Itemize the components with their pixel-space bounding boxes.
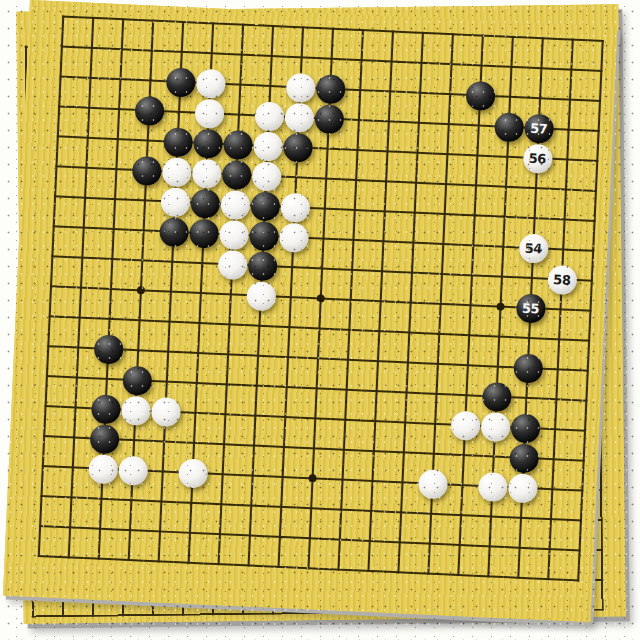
intersection-B13[interactable] — [69, 182, 100, 213]
intersection-T18[interactable] — [586, 55, 617, 86]
intersection-E18[interactable] — [166, 36, 197, 67]
intersection-O13[interactable] — [429, 198, 460, 229]
intersection-T7[interactable] — [571, 385, 602, 416]
intersection-J7[interactable] — [271, 371, 302, 402]
intersection-T15[interactable] — [582, 145, 613, 176]
intersection-M1[interactable] — [353, 555, 384, 586]
intersection-H6[interactable] — [240, 400, 271, 431]
intersection-H18[interactable] — [256, 40, 287, 71]
intersection-A6[interactable] — [30, 390, 61, 421]
intersection-O3[interactable] — [415, 498, 446, 529]
intersection-P16[interactable] — [463, 110, 494, 141]
intersection-B19[interactable] — [78, 2, 109, 33]
intersection-N1[interactable] — [383, 557, 414, 588]
intersection-N5[interactable] — [388, 437, 419, 468]
intersection-D9[interactable] — [124, 305, 155, 336]
intersection-B6[interactable] — [60, 392, 91, 423]
intersection-L4[interactable] — [327, 464, 358, 495]
intersection-Q12[interactable] — [488, 231, 519, 262]
intersection-E7[interactable] — [151, 366, 182, 397]
intersection-T11[interactable] — [576, 265, 607, 296]
intersection-D8[interactable] — [123, 335, 154, 366]
intersection-S9[interactable] — [543, 324, 574, 355]
intersection-P1[interactable] — [443, 559, 474, 590]
intersection-S17[interactable] — [554, 84, 585, 115]
intersection-F11[interactable] — [187, 247, 218, 278]
intersection-G9[interactable] — [214, 309, 245, 340]
intersection-G4[interactable] — [207, 459, 238, 490]
intersection-K17[interactable] — [315, 73, 346, 104]
intersection-M16[interactable] — [373, 106, 404, 137]
intersection-A9[interactable] — [34, 301, 65, 332]
intersection-F10[interactable] — [185, 277, 216, 308]
intersection-R7[interactable] — [511, 382, 542, 413]
intersection-C12[interactable] — [98, 213, 129, 244]
intersection-O17[interactable] — [434, 78, 465, 109]
intersection-J14[interactable] — [281, 162, 312, 193]
intersection-G14[interactable] — [221, 159, 252, 190]
intersection-E4[interactable] — [147, 456, 178, 487]
intersection-E14[interactable] — [161, 156, 192, 187]
intersection-C17[interactable] — [105, 64, 136, 95]
intersection-Q13[interactable] — [489, 201, 520, 232]
intersection-P12[interactable] — [458, 230, 489, 261]
intersection-K16[interactable] — [313, 103, 344, 134]
intersection-G13[interactable] — [219, 189, 250, 220]
intersection-E17[interactable] — [165, 66, 196, 97]
intersection-E3[interactable] — [146, 486, 177, 517]
intersection-T9[interactable] — [573, 325, 604, 356]
intersection-J10[interactable] — [275, 281, 306, 312]
intersection-A2[interactable] — [24, 510, 55, 541]
intersection-E9[interactable] — [154, 306, 185, 337]
intersection-H10[interactable] — [245, 280, 276, 311]
intersection-L16[interactable] — [343, 104, 374, 135]
goban-grid[interactable]: 5756545855 — [23, 1, 618, 596]
intersection-A16[interactable] — [44, 91, 75, 122]
intersection-D17[interactable] — [135, 65, 166, 96]
intersection-K3[interactable] — [296, 493, 327, 524]
intersection-G11[interactable] — [217, 249, 248, 280]
intersection-N19[interactable] — [407, 17, 438, 48]
intersection-H12[interactable] — [248, 220, 279, 251]
intersection-A19[interactable] — [48, 1, 79, 32]
intersection-L8[interactable] — [332, 344, 363, 375]
intersection-O12[interactable] — [428, 228, 459, 259]
intersection-K6[interactable] — [300, 403, 331, 434]
intersection-N8[interactable] — [392, 347, 423, 378]
intersection-J12[interactable] — [278, 222, 309, 253]
intersection-G7[interactable] — [211, 369, 242, 400]
intersection-J15[interactable] — [282, 132, 313, 163]
intersection-D14[interactable] — [131, 155, 162, 186]
intersection-K2[interactable] — [294, 523, 325, 554]
intersection-E6[interactable] — [150, 396, 181, 427]
intersection-F9[interactable] — [184, 307, 215, 338]
intersection-M19[interactable] — [377, 16, 408, 47]
intersection-C3[interactable] — [86, 483, 117, 514]
intersection-E15[interactable] — [162, 126, 193, 157]
intersection-A8[interactable] — [33, 331, 64, 362]
intersection-J8[interactable] — [272, 341, 303, 372]
intersection-B3[interactable] — [56, 482, 87, 513]
intersection-P6[interactable] — [449, 410, 480, 441]
intersection-J11[interactable] — [276, 252, 307, 283]
intersection-L15[interactable] — [342, 134, 373, 165]
intersection-F4[interactable] — [177, 457, 208, 488]
intersection-E12[interactable] — [158, 216, 189, 247]
intersection-K10[interactable] — [305, 283, 336, 314]
intersection-G2[interactable] — [204, 519, 235, 550]
intersection-A11[interactable] — [37, 241, 68, 272]
intersection-C10[interactable] — [95, 273, 126, 304]
intersection-G8[interactable] — [212, 339, 243, 370]
intersection-D2[interactable] — [114, 514, 145, 545]
intersection-T10[interactable] — [575, 295, 606, 326]
intersection-Q16[interactable] — [493, 111, 524, 142]
intersection-Q2[interactable] — [474, 531, 505, 562]
intersection-K12[interactable] — [308, 223, 339, 254]
intersection-L3[interactable] — [326, 494, 357, 525]
intersection-C6[interactable] — [90, 393, 121, 424]
intersection-K9[interactable] — [304, 313, 335, 344]
intersection-R12[interactable]: 54 — [518, 232, 549, 263]
intersection-S1[interactable] — [533, 563, 564, 594]
intersection-S11[interactable]: 58 — [546, 264, 577, 295]
intersection-M15[interactable] — [372, 136, 403, 167]
intersection-P19[interactable] — [467, 20, 498, 51]
intersection-H13[interactable] — [249, 190, 280, 221]
intersection-O1[interactable] — [413, 558, 444, 589]
intersection-B12[interactable] — [68, 212, 99, 243]
intersection-B7[interactable] — [61, 362, 92, 393]
intersection-O14[interactable] — [430, 168, 461, 199]
intersection-M7[interactable] — [361, 375, 392, 406]
intersection-M10[interactable] — [365, 286, 396, 317]
intersection-N9[interactable] — [394, 317, 425, 348]
intersection-P7[interactable] — [451, 380, 482, 411]
intersection-D7[interactable] — [121, 365, 152, 396]
intersection-T19[interactable] — [587, 25, 618, 56]
intersection-Q4[interactable] — [477, 471, 508, 502]
intersection-J6[interactable] — [270, 401, 301, 432]
intersection-O8[interactable] — [422, 348, 453, 379]
intersection-T14[interactable] — [580, 175, 611, 206]
intersection-L18[interactable] — [346, 44, 377, 75]
intersection-A18[interactable] — [46, 31, 77, 62]
intersection-G6[interactable] — [210, 399, 241, 430]
intersection-R5[interactable] — [508, 442, 539, 473]
intersection-D1[interactable] — [113, 544, 144, 575]
intersection-H9[interactable] — [244, 310, 275, 341]
intersection-B17[interactable] — [75, 62, 106, 93]
intersection-C1[interactable] — [83, 543, 114, 574]
intersection-O9[interactable] — [424, 318, 455, 349]
intersection-T2[interactable] — [564, 535, 595, 566]
intersection-D18[interactable] — [136, 35, 167, 66]
intersection-D3[interactable] — [116, 484, 147, 515]
intersection-S14[interactable] — [550, 174, 581, 205]
intersection-C11[interactable] — [97, 243, 128, 274]
intersection-S10[interactable] — [545, 294, 576, 325]
intersection-D4[interactable] — [117, 454, 148, 485]
intersection-N2[interactable] — [384, 527, 415, 558]
intersection-E5[interactable] — [148, 426, 179, 457]
intersection-H8[interactable] — [242, 340, 273, 371]
intersection-R18[interactable] — [526, 53, 557, 84]
intersection-E1[interactable] — [143, 546, 174, 577]
intersection-R16[interactable]: 57 — [523, 113, 554, 144]
intersection-J5[interactable] — [268, 431, 299, 462]
intersection-Q1[interactable] — [473, 561, 504, 592]
intersection-P15[interactable] — [462, 140, 493, 171]
intersection-C19[interactable] — [108, 4, 139, 35]
intersection-D16[interactable] — [133, 95, 164, 126]
intersection-P4[interactable] — [447, 469, 478, 500]
intersection-F7[interactable] — [181, 367, 212, 398]
intersection-C8[interactable] — [93, 333, 124, 364]
intersection-E13[interactable] — [159, 186, 190, 217]
intersection-T6[interactable] — [569, 415, 600, 446]
intersection-H11[interactable] — [247, 250, 278, 281]
intersection-O5[interactable] — [418, 438, 449, 469]
intersection-C15[interactable] — [102, 123, 133, 154]
intersection-Q7[interactable] — [481, 381, 512, 412]
intersection-L2[interactable] — [324, 524, 355, 555]
intersection-G1[interactable] — [203, 548, 234, 579]
intersection-S5[interactable] — [538, 444, 569, 475]
intersection-L1[interactable] — [323, 554, 354, 585]
intersection-A12[interactable] — [38, 211, 69, 242]
intersection-Q14[interactable] — [490, 171, 521, 202]
intersection-S18[interactable] — [556, 54, 587, 85]
intersection-R6[interactable] — [509, 412, 540, 443]
intersection-O10[interactable] — [425, 288, 456, 319]
intersection-C4[interactable] — [87, 453, 118, 484]
intersection-P14[interactable] — [460, 170, 491, 201]
intersection-G10[interactable] — [215, 279, 246, 310]
intersection-H1[interactable] — [233, 550, 264, 581]
intersection-F16[interactable] — [193, 98, 224, 129]
intersection-L7[interactable] — [331, 374, 362, 405]
intersection-F5[interactable] — [178, 427, 209, 458]
intersection-C18[interactable] — [106, 34, 137, 65]
intersection-D12[interactable] — [128, 215, 159, 246]
intersection-A1[interactable] — [23, 540, 54, 571]
intersection-M5[interactable] — [358, 435, 389, 466]
intersection-C16[interactable] — [103, 93, 134, 124]
intersection-K4[interactable] — [297, 463, 328, 494]
intersection-M13[interactable] — [369, 196, 400, 227]
intersection-P17[interactable] — [464, 80, 495, 111]
intersection-N18[interactable] — [406, 47, 437, 78]
intersection-J18[interactable] — [286, 42, 317, 73]
intersection-N17[interactable] — [405, 77, 436, 108]
intersection-F17[interactable] — [195, 68, 226, 99]
intersection-R13[interactable] — [519, 202, 550, 233]
intersection-M2[interactable] — [354, 525, 385, 556]
intersection-F19[interactable] — [197, 8, 228, 39]
intersection-A10[interactable] — [35, 271, 66, 302]
intersection-R11[interactable] — [516, 262, 547, 293]
intersection-M3[interactable] — [356, 495, 387, 526]
intersection-K15[interactable] — [312, 133, 343, 164]
intersection-Q9[interactable] — [484, 321, 515, 352]
intersection-H4[interactable] — [237, 460, 268, 491]
intersection-D19[interactable] — [138, 5, 169, 36]
intersection-H7[interactable] — [241, 370, 272, 401]
intersection-B8[interactable] — [63, 332, 94, 363]
intersection-N10[interactable] — [395, 287, 426, 318]
intersection-T5[interactable] — [568, 445, 599, 476]
intersection-L6[interactable] — [330, 404, 361, 435]
intersection-G15[interactable] — [222, 129, 253, 160]
intersection-B9[interactable] — [64, 302, 95, 333]
intersection-H3[interactable] — [236, 490, 267, 521]
intersection-F14[interactable] — [191, 158, 222, 189]
intersection-F3[interactable] — [176, 487, 207, 518]
intersection-O19[interactable] — [437, 19, 468, 50]
intersection-C14[interactable] — [101, 153, 132, 184]
intersection-H15[interactable] — [252, 130, 283, 161]
intersection-O4[interactable] — [417, 468, 448, 499]
intersection-O18[interactable] — [436, 49, 467, 80]
intersection-N13[interactable] — [399, 197, 430, 228]
intersection-J16[interactable] — [283, 102, 314, 133]
intersection-R19[interactable] — [527, 23, 558, 54]
intersection-L13[interactable] — [339, 194, 370, 225]
intersection-B10[interactable] — [65, 272, 96, 303]
intersection-S8[interactable] — [542, 354, 573, 385]
intersection-M17[interactable] — [375, 76, 406, 107]
intersection-J1[interactable] — [263, 551, 294, 582]
intersection-O7[interactable] — [421, 378, 452, 409]
intersection-E19[interactable] — [167, 6, 198, 37]
intersection-B15[interactable] — [72, 122, 103, 153]
intersection-G5[interactable] — [208, 429, 239, 460]
intersection-M11[interactable] — [366, 256, 397, 287]
intersection-K14[interactable] — [311, 163, 342, 194]
intersection-J3[interactable] — [266, 491, 297, 522]
intersection-O15[interactable] — [432, 138, 463, 169]
intersection-P10[interactable] — [455, 290, 486, 321]
intersection-T16[interactable] — [583, 115, 614, 146]
intersection-M6[interactable] — [360, 405, 391, 436]
intersection-J19[interactable] — [287, 12, 318, 43]
intersection-M14[interactable] — [370, 166, 401, 197]
intersection-Q8[interactable] — [482, 351, 513, 382]
intersection-S16[interactable] — [553, 114, 584, 145]
intersection-T12[interactable] — [578, 235, 609, 266]
intersection-Q19[interactable] — [497, 21, 528, 52]
intersection-A14[interactable] — [41, 151, 72, 182]
intersection-C2[interactable] — [84, 513, 115, 544]
intersection-O16[interactable] — [433, 108, 464, 139]
intersection-L17[interactable] — [345, 74, 376, 105]
intersection-Q10[interactable] — [485, 291, 516, 322]
intersection-E2[interactable] — [144, 516, 175, 547]
intersection-H5[interactable] — [238, 430, 269, 461]
intersection-K7[interactable] — [301, 373, 332, 404]
intersection-R15[interactable]: 56 — [522, 143, 553, 174]
intersection-R2[interactable] — [504, 532, 535, 563]
intersection-Q17[interactable] — [494, 81, 525, 112]
intersection-B16[interactable] — [74, 92, 105, 123]
intersection-P18[interactable] — [466, 50, 497, 81]
intersection-N15[interactable] — [402, 137, 433, 168]
intersection-N12[interactable] — [398, 227, 429, 258]
intersection-C5[interactable] — [89, 423, 120, 454]
intersection-C7[interactable] — [91, 363, 122, 394]
intersection-D15[interactable] — [132, 125, 163, 156]
intersection-O6[interactable] — [420, 408, 451, 439]
intersection-F8[interactable] — [182, 337, 213, 368]
intersection-H14[interactable] — [251, 160, 282, 191]
intersection-P5[interactable] — [448, 439, 479, 470]
intersection-L19[interactable] — [347, 14, 378, 45]
intersection-B4[interactable] — [57, 452, 88, 483]
intersection-P3[interactable] — [445, 499, 476, 530]
intersection-Q5[interactable] — [478, 441, 509, 472]
intersection-D5[interactable] — [118, 425, 149, 456]
intersection-K5[interactable] — [298, 433, 329, 464]
intersection-A7[interactable] — [31, 360, 62, 391]
intersection-T8[interactable] — [572, 355, 603, 386]
intersection-S19[interactable] — [557, 24, 588, 55]
intersection-B2[interactable] — [54, 512, 85, 543]
intersection-F12[interactable] — [188, 217, 219, 248]
intersection-F1[interactable] — [173, 547, 204, 578]
intersection-T1[interactable] — [563, 565, 594, 596]
intersection-L9[interactable] — [334, 314, 365, 345]
intersection-M4[interactable] — [357, 465, 388, 496]
intersection-A4[interactable] — [27, 450, 58, 481]
intersection-B1[interactable] — [53, 542, 84, 573]
intersection-R8[interactable] — [512, 352, 543, 383]
intersection-S7[interactable] — [541, 384, 572, 415]
intersection-B5[interactable] — [59, 422, 90, 453]
intersection-S6[interactable] — [539, 414, 570, 445]
intersection-S12[interactable] — [548, 234, 579, 265]
intersection-E10[interactable] — [155, 276, 186, 307]
intersection-P11[interactable] — [456, 260, 487, 291]
intersection-O2[interactable] — [414, 528, 445, 559]
intersection-S4[interactable] — [537, 474, 568, 505]
intersection-K13[interactable] — [309, 193, 340, 224]
intersection-N6[interactable] — [390, 407, 421, 438]
intersection-K11[interactable] — [306, 253, 337, 284]
intersection-K8[interactable] — [302, 343, 333, 374]
intersection-A15[interactable] — [42, 121, 73, 152]
intersection-J2[interactable] — [264, 521, 295, 552]
intersection-R1[interactable] — [503, 562, 534, 593]
intersection-D13[interactable] — [129, 185, 160, 216]
intersection-H17[interactable] — [255, 70, 286, 101]
intersection-B14[interactable] — [71, 152, 102, 183]
intersection-A13[interactable] — [39, 181, 70, 212]
intersection-C9[interactable] — [94, 303, 125, 334]
intersection-L5[interactable] — [328, 434, 359, 465]
intersection-Q6[interactable] — [479, 411, 510, 442]
intersection-G12[interactable] — [218, 219, 249, 250]
intersection-J17[interactable] — [285, 72, 316, 103]
intersection-G18[interactable] — [226, 39, 257, 70]
intersection-P8[interactable] — [452, 350, 483, 381]
intersection-R9[interactable] — [514, 322, 545, 353]
intersection-E11[interactable] — [157, 246, 188, 277]
intersection-R3[interactable] — [505, 502, 536, 533]
intersection-P9[interactable] — [454, 320, 485, 351]
